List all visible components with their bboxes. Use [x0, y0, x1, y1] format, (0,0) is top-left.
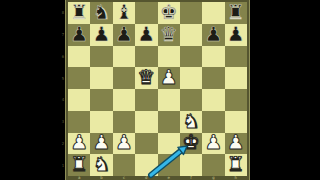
- square-b3[interactable]: [90, 111, 112, 133]
- square-c4[interactable]: [113, 89, 135, 111]
- square-d8[interactable]: [135, 2, 157, 24]
- square-a8[interactable]: ♜: [68, 2, 90, 24]
- white-knight-b1[interactable]: ♞: [93, 154, 111, 174]
- rank-label-6: 6: [60, 46, 66, 68]
- file-label-e: e: [158, 176, 180, 180]
- black-queen-e7[interactable]: ♛: [160, 24, 178, 44]
- square-a4[interactable]: [68, 89, 90, 111]
- square-d7[interactable]: ♟: [135, 24, 157, 46]
- black-pawn-b7[interactable]: ♟: [93, 24, 111, 44]
- square-c2[interactable]: ♟: [113, 133, 135, 155]
- square-f7[interactable]: [180, 24, 202, 46]
- square-g7[interactable]: ♟: [202, 24, 224, 46]
- rank-label-8: 8: [60, 2, 66, 24]
- square-d6[interactable]: [135, 46, 157, 68]
- board-grid: ♜♞♝♚♜♟♟♟♟♛♟♟♛♟♞♟♟♟♚♟♟♜♞♜: [68, 2, 247, 176]
- rank-label-4: 4: [60, 89, 66, 111]
- square-c5[interactable]: [113, 67, 135, 89]
- square-e1[interactable]: [158, 154, 180, 176]
- square-b6[interactable]: [90, 46, 112, 68]
- chess-board: ♜♞♝♚♜♟♟♟♟♛♟♟♛♟♞♟♟♟♚♟♟♜♞♜ abcdefgh 876543…: [66, 0, 249, 180]
- square-f8[interactable]: [180, 2, 202, 24]
- white-pawn-h2[interactable]: ♟: [227, 132, 245, 152]
- file-label-f: f: [180, 176, 202, 180]
- square-h2[interactable]: ♟: [225, 133, 247, 155]
- square-g1[interactable]: [202, 154, 224, 176]
- square-h4[interactable]: [225, 89, 247, 111]
- rank-label-7: 7: [60, 24, 66, 46]
- white-pawn-b2[interactable]: ♟: [93, 132, 111, 152]
- black-king-e8[interactable]: ♚: [160, 2, 178, 22]
- white-rook-h1[interactable]: ♜: [227, 154, 245, 174]
- square-h1[interactable]: ♜: [225, 154, 247, 176]
- square-d1[interactable]: [135, 154, 157, 176]
- file-label-h: h: [225, 176, 247, 180]
- square-g8[interactable]: [202, 2, 224, 24]
- square-c1[interactable]: [113, 154, 135, 176]
- file-label-g: g: [202, 176, 224, 180]
- black-pawn-d7[interactable]: ♟: [137, 24, 155, 44]
- white-pawn-e5[interactable]: ♟: [160, 67, 178, 87]
- white-knight-f3[interactable]: ♞: [182, 111, 200, 131]
- rank-label-2: 2: [60, 133, 66, 155]
- square-g3[interactable]: [202, 111, 224, 133]
- square-a7[interactable]: ♟: [68, 24, 90, 46]
- square-e7[interactable]: ♛: [158, 24, 180, 46]
- left-letterbox: [0, 0, 66, 180]
- square-e3[interactable]: [158, 111, 180, 133]
- square-e4[interactable]: [158, 89, 180, 111]
- black-rook-h8[interactable]: ♜: [227, 2, 245, 22]
- square-g6[interactable]: [202, 46, 224, 68]
- white-pawn-a2[interactable]: ♟: [70, 132, 88, 152]
- square-b4[interactable]: [90, 89, 112, 111]
- black-bishop-c8[interactable]: ♝: [115, 2, 133, 22]
- file-label-a: a: [68, 176, 90, 180]
- square-f6[interactable]: [180, 46, 202, 68]
- right-letterbox: [249, 0, 320, 180]
- rank-coordinates: 87654321: [60, 2, 66, 176]
- square-h3[interactable]: [225, 111, 247, 133]
- square-b8[interactable]: ♞: [90, 2, 112, 24]
- square-c7[interactable]: ♟: [113, 24, 135, 46]
- square-c6[interactable]: [113, 46, 135, 68]
- file-label-c: c: [113, 176, 135, 180]
- file-label-d: d: [135, 176, 157, 180]
- thumbnail-canvas: ♜♞♝♚♜♟♟♟♟♛♟♟♛♟♞♟♟♟♚♟♟♜♞♜ abcdefgh 876543…: [0, 0, 320, 180]
- square-a3[interactable]: [68, 111, 90, 133]
- square-f1[interactable]: [180, 154, 202, 176]
- square-c3[interactable]: [113, 111, 135, 133]
- square-h8[interactable]: ♜: [225, 2, 247, 24]
- black-pawn-a7[interactable]: ♟: [70, 24, 88, 44]
- square-a2[interactable]: ♟: [68, 133, 90, 155]
- square-c8[interactable]: ♝: [113, 2, 135, 24]
- rank-label-1: 1: [60, 154, 66, 176]
- square-f5[interactable]: [180, 67, 202, 89]
- square-g2[interactable]: ♟: [202, 133, 224, 155]
- square-f3[interactable]: ♞: [180, 111, 202, 133]
- square-e2[interactable]: [158, 133, 180, 155]
- square-d4[interactable]: [135, 89, 157, 111]
- square-e8[interactable]: ♚: [158, 2, 180, 24]
- square-h7[interactable]: ♟: [225, 24, 247, 46]
- black-pawn-h7[interactable]: ♟: [227, 24, 245, 44]
- square-f4[interactable]: [180, 89, 202, 111]
- square-d2[interactable]: [135, 133, 157, 155]
- square-d5[interactable]: ♛: [135, 67, 157, 89]
- file-label-b: b: [90, 176, 112, 180]
- black-pawn-g7[interactable]: ♟: [204, 24, 222, 44]
- square-e6[interactable]: [158, 46, 180, 68]
- black-pawn-c7[interactable]: ♟: [115, 24, 133, 44]
- black-knight-b8[interactable]: ♞: [93, 2, 111, 22]
- white-pawn-g2[interactable]: ♟: [204, 132, 222, 152]
- white-king-f2[interactable]: ♚: [182, 132, 200, 152]
- square-b1[interactable]: ♞: [90, 154, 112, 176]
- square-g5[interactable]: [202, 67, 224, 89]
- square-e5[interactable]: ♟: [158, 67, 180, 89]
- square-g4[interactable]: [202, 89, 224, 111]
- white-rook-a1[interactable]: ♜: [70, 154, 88, 174]
- square-a6[interactable]: [68, 46, 90, 68]
- white-queen-d5[interactable]: ♛: [137, 67, 155, 87]
- white-pawn-c2[interactable]: ♟: [115, 132, 133, 152]
- rank-label-5: 5: [60, 67, 66, 89]
- square-a5[interactable]: [68, 67, 90, 89]
- square-h5[interactable]: [225, 67, 247, 89]
- square-b5[interactable]: [90, 67, 112, 89]
- black-rook-a8[interactable]: ♜: [70, 2, 88, 22]
- square-a1[interactable]: ♜: [68, 154, 90, 176]
- square-b2[interactable]: ♟: [90, 133, 112, 155]
- square-f2[interactable]: ♚: [180, 133, 202, 155]
- square-b7[interactable]: ♟: [90, 24, 112, 46]
- square-h6[interactable]: [225, 46, 247, 68]
- rank-label-3: 3: [60, 111, 66, 133]
- square-d3[interactable]: [135, 111, 157, 133]
- file-coordinates: abcdefgh: [68, 176, 247, 180]
